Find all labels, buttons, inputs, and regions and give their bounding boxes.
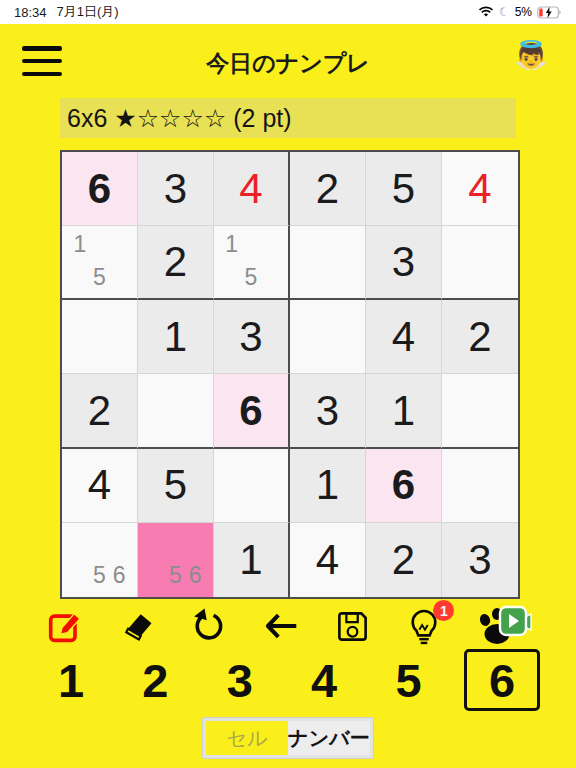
eraser-icon — [120, 608, 156, 644]
cell-value: 1 — [164, 313, 187, 361]
puzzle-info-bar: 6x6 ★☆☆☆☆ (2 pt) — [60, 98, 516, 138]
cell-value: 2 — [88, 387, 111, 435]
cell-value: 3 — [316, 387, 339, 435]
cell-r1c2[interactable]: 3 — [138, 152, 214, 226]
cell-value: 2 — [316, 165, 339, 213]
video-camera-icon — [500, 607, 531, 635]
status-date: 7月1日(月) — [57, 3, 119, 21]
dnd-moon-icon: ☾ — [499, 6, 510, 18]
cell-r6c5[interactable]: 2 — [366, 523, 442, 597]
cell-r2c3[interactable]: 15 — [214, 226, 290, 300]
cell-r2c4[interactable] — [290, 226, 366, 300]
cell-r6c4[interactable]: 4 — [290, 523, 366, 597]
cell-r1c5[interactable]: 5 — [366, 152, 442, 226]
cell-value: 2 — [392, 536, 415, 584]
cell-r6c6[interactable]: 3 — [442, 523, 518, 597]
pencil-mark: 6 — [113, 564, 126, 587]
cell-r2c5[interactable]: 3 — [366, 226, 442, 300]
wifi-icon — [478, 6, 494, 18]
page-title: 今日のナンプレ — [0, 48, 576, 79]
toggle-number-label: ナンバー — [288, 725, 369, 752]
header: 今日のナンプレ 👼 — [0, 24, 576, 98]
number-button-2[interactable]: 2 — [126, 651, 184, 709]
cell-value: 3 — [392, 238, 415, 286]
number-button-6[interactable]: 6 — [464, 649, 540, 711]
toggle-cell-mode[interactable]: セル — [206, 721, 288, 755]
cell-value: 2 — [468, 313, 491, 361]
eraser-button[interactable] — [118, 606, 158, 646]
cell-r4c3[interactable]: 6 — [214, 374, 290, 448]
cell-r2c6[interactable] — [442, 226, 518, 300]
compose-pencil-icon — [48, 608, 84, 644]
pencil-mark: 1 — [225, 233, 238, 256]
cell-value: 3 — [468, 536, 491, 584]
cell-value: 4 — [468, 165, 491, 213]
undo-button[interactable] — [189, 606, 229, 646]
save-button[interactable] — [333, 606, 373, 646]
sudoku-board: 63425415215313422631451656561423 — [60, 150, 520, 599]
cell-value: 1 — [239, 536, 262, 584]
back-arrow-button[interactable] — [261, 606, 301, 646]
toolbar: 1 — [0, 603, 576, 649]
pencil-mark: 1 — [73, 233, 86, 256]
battery-icon — [537, 6, 562, 19]
pencil-mark: 5 — [93, 266, 106, 289]
pencil-marks: 56 — [62, 523, 137, 597]
number-button-1[interactable]: 1 — [42, 651, 100, 709]
cell-value: 5 — [392, 165, 415, 213]
cell-r6c2[interactable]: 56 — [138, 523, 214, 597]
status-time: 18:34 — [14, 5, 47, 20]
floppy-save-icon — [335, 609, 370, 644]
cell-value: 6 — [239, 387, 262, 435]
cell-r1c4[interactable]: 2 — [290, 152, 366, 226]
cell-r3c2[interactable]: 1 — [138, 300, 214, 374]
cell-r6c1[interactable]: 56 — [62, 523, 138, 597]
cell-r4c2[interactable] — [138, 374, 214, 448]
cell-r5c6[interactable] — [442, 449, 518, 523]
cell-r2c1[interactable]: 15 — [62, 226, 138, 300]
cell-value: 6 — [88, 165, 111, 213]
puzzle-difficulty-label: 6x6 ★☆☆☆☆ (2 pt) — [67, 104, 292, 133]
number-button-3[interactable]: 3 — [211, 651, 269, 709]
pencil-mark: 5 — [245, 266, 258, 289]
pencil-mark: 5 — [93, 564, 106, 587]
toggle-number-mode[interactable]: ナンバー — [288, 721, 370, 755]
cell-value: 4 — [316, 536, 339, 584]
cell-r5c2[interactable]: 5 — [138, 449, 214, 523]
cell-r4c4[interactable]: 3 — [290, 374, 366, 448]
mode-toggle: セル ナンバー — [202, 717, 374, 759]
pencil-marks: 56 — [138, 523, 213, 597]
number-button-4[interactable]: 4 — [295, 651, 353, 709]
cell-r1c3[interactable]: 4 — [214, 152, 290, 226]
cell-value: 3 — [239, 313, 262, 361]
cell-r3c3[interactable]: 3 — [214, 300, 290, 374]
cell-value: 4 — [88, 461, 111, 509]
cell-r4c1[interactable]: 2 — [62, 374, 138, 448]
cell-value: 6 — [392, 461, 415, 509]
cell-r1c1[interactable]: 6 — [62, 152, 138, 226]
cell-value: 1 — [316, 461, 339, 509]
pencil-mark: 6 — [189, 564, 202, 587]
cell-r1c6[interactable]: 4 — [442, 152, 518, 226]
battery-percent: 5% — [515, 5, 532, 19]
cell-r3c5[interactable]: 4 — [366, 300, 442, 374]
cell-value: 2 — [164, 238, 187, 286]
cell-r5c5[interactable]: 6 — [366, 449, 442, 523]
pencil-mode-button[interactable] — [46, 606, 86, 646]
reward-video-button[interactable] — [476, 606, 532, 646]
cell-value: 4 — [239, 165, 262, 213]
cell-r5c1[interactable]: 4 — [62, 449, 138, 523]
cell-value: 3 — [164, 165, 187, 213]
number-pad: 123456 — [0, 649, 576, 711]
pencil-marks: 15 — [214, 226, 288, 298]
left-arrow-icon — [263, 611, 299, 641]
hint-button[interactable]: 1 — [404, 606, 444, 646]
cell-r3c4[interactable] — [290, 300, 366, 374]
toggle-cell-label: セル — [227, 725, 268, 752]
cell-r4c6[interactable] — [442, 374, 518, 448]
cell-r4c5[interactable]: 1 — [366, 374, 442, 448]
number-button-5[interactable]: 5 — [380, 651, 438, 709]
cell-r5c4[interactable]: 1 — [290, 449, 366, 523]
angel-emoji: 👼 — [514, 42, 548, 69]
undo-icon — [191, 608, 227, 644]
cell-value: 5 — [164, 461, 187, 509]
cell-value: 4 — [392, 313, 415, 361]
status-bar: 18:34 7月1日(月) ☾ 5% — [0, 0, 576, 24]
cell-r6c3[interactable]: 1 — [214, 523, 290, 597]
cell-r5c3[interactable] — [214, 449, 290, 523]
cell-value: 1 — [392, 387, 415, 435]
hint-badge: 1 — [433, 600, 454, 621]
cell-r2c2[interactable]: 2 — [138, 226, 214, 300]
cell-r3c6[interactable]: 2 — [442, 300, 518, 374]
cell-r3c1[interactable] — [62, 300, 138, 374]
pencil-mark: 5 — [169, 564, 182, 587]
pencil-marks: 15 — [62, 226, 137, 298]
